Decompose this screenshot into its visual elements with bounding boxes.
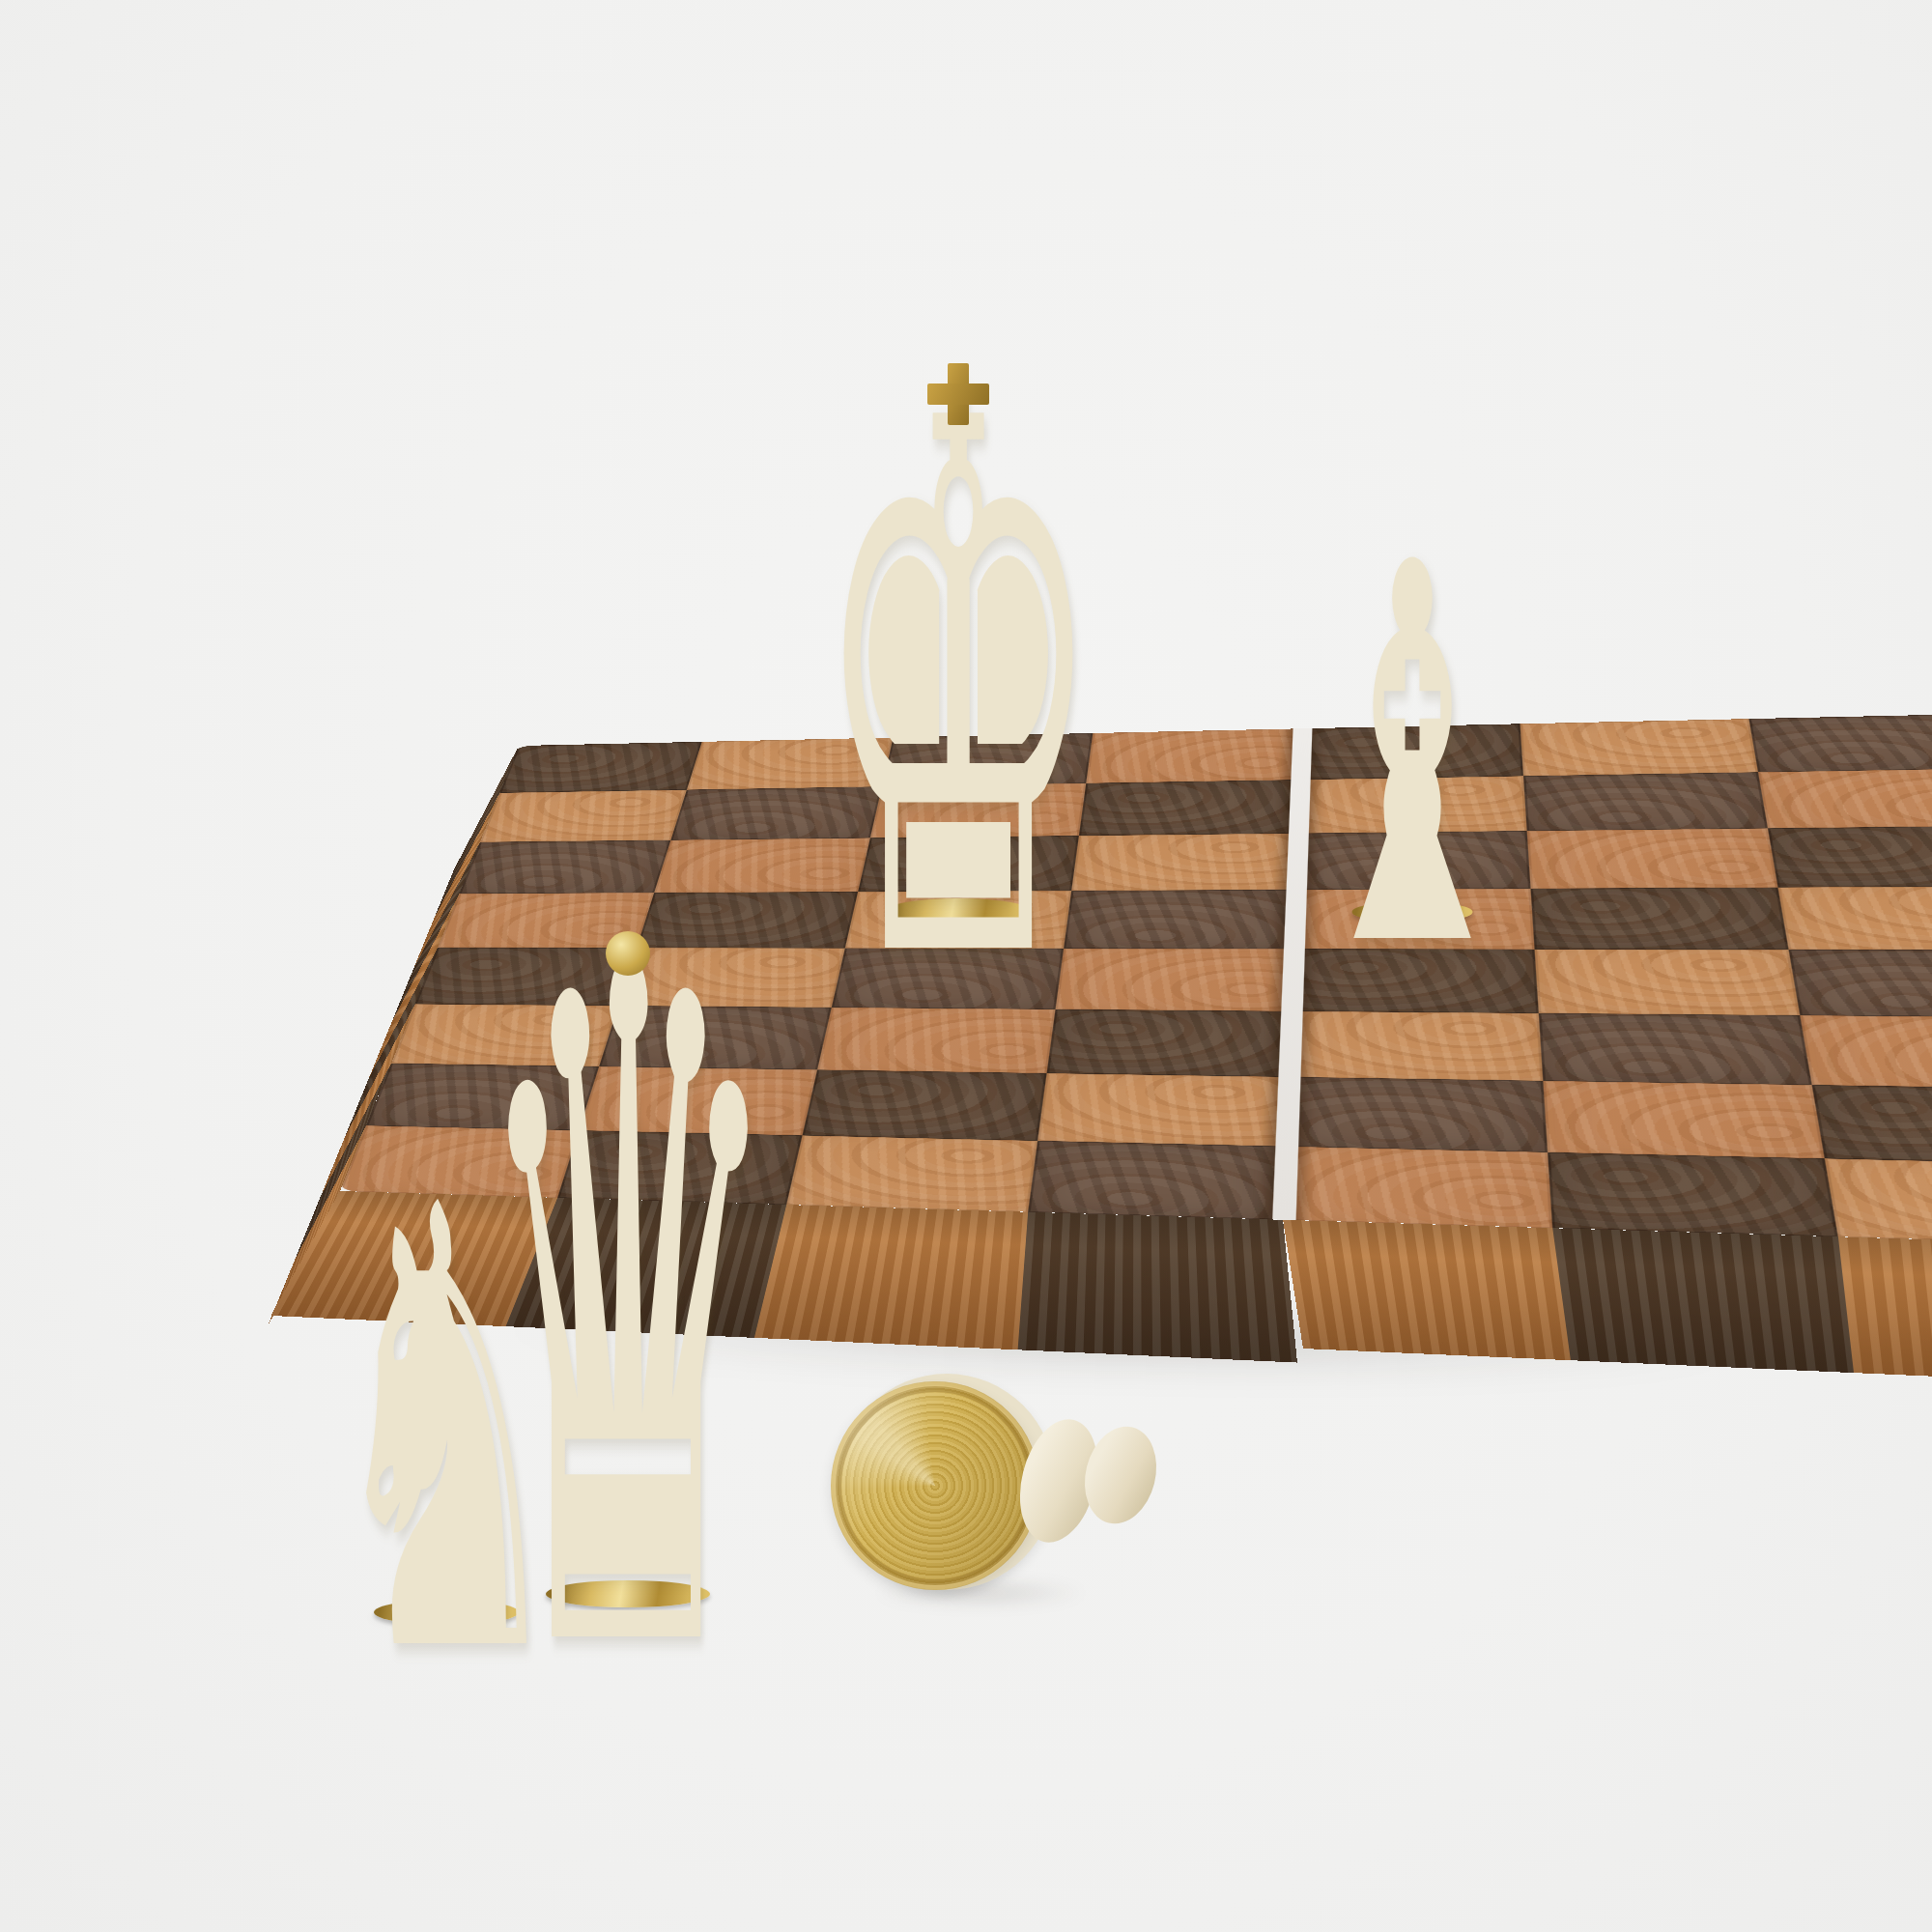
square-d8: [1086, 728, 1301, 783]
square-g6: [1768, 826, 1932, 888]
square-g1: [1825, 1158, 1932, 1245]
edge-stripe: [1283, 1220, 1571, 1360]
square-f4: [1535, 950, 1801, 1015]
square-e1: [1283, 1147, 1552, 1228]
square-f7: [1523, 772, 1768, 831]
square-f8: [1520, 719, 1758, 776]
pawn-brass-base-disc: [831, 1381, 1039, 1590]
square-e2: [1286, 1077, 1548, 1152]
king-brass-cross-finial: [927, 363, 989, 425]
square-c1: [786, 1135, 1037, 1211]
edge-stripe: [1552, 1228, 1854, 1373]
bishop-glyph: ♝: [1300, 497, 1524, 1018]
square-f2: [1543, 1081, 1824, 1158]
square-g2: [1812, 1085, 1932, 1165]
square-d1: [1028, 1141, 1286, 1220]
square-g8: [1748, 714, 1932, 773]
edge-stripe: [754, 1205, 1028, 1350]
knight-glyph: ♞: [321, 1128, 572, 1737]
square-g3: [1800, 1015, 1932, 1089]
square-g4: [1789, 950, 1932, 1017]
piece-white-pawn-fallen: [831, 1372, 1159, 1633]
square-d7: [1079, 780, 1299, 836]
square-f6: [1527, 828, 1778, 888]
edge-stripe: [1838, 1236, 1932, 1386]
edge-stripe: [1018, 1212, 1297, 1363]
square-f5: [1531, 888, 1789, 950]
queen-brass-ball-finial: [606, 931, 650, 976]
square-f3: [1539, 1013, 1812, 1085]
square-g5: [1777, 886, 1932, 950]
square-g7: [1758, 768, 1932, 828]
square-f1: [1548, 1152, 1838, 1236]
square-d6: [1071, 834, 1297, 891]
product-photo-scene: ♚♝♛♞: [0, 0, 1932, 1932]
